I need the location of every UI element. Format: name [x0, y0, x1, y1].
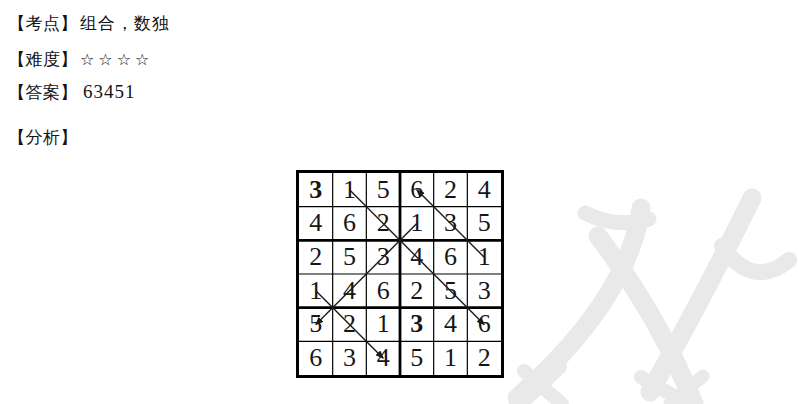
analysis-label: 【分析】 [8, 128, 78, 147]
difficulty-stars: ☆☆☆☆ [78, 50, 153, 69]
sudoku-cell: 5 [299, 308, 333, 342]
sudoku-cell: 4 [434, 308, 468, 342]
watermark-strokes [517, 198, 789, 404]
sudoku-cell: 1 [299, 274, 333, 308]
sudoku-cell: 2 [467, 341, 501, 375]
sudoku-cell: 5 [400, 341, 434, 375]
sudoku-cell: 3 [467, 274, 501, 308]
sudoku-cell: 2 [333, 308, 367, 342]
sudoku-cell: 3 [434, 207, 468, 241]
sudoku-cell: 1 [467, 240, 501, 274]
sudoku-cell: 4 [299, 207, 333, 241]
sudoku-cell: 5 [366, 173, 400, 207]
analysis-line: 【分析】 [8, 126, 80, 149]
sudoku-cell: 4 [333, 274, 367, 308]
difficulty-label: 【难度】 [8, 50, 78, 69]
sudoku-cell: 6 [333, 207, 367, 241]
topic-label: 【考点】 [8, 14, 78, 33]
sudoku-cell: 5 [467, 207, 501, 241]
sudoku-cell: 2 [434, 173, 468, 207]
sudoku-cell: 4 [366, 341, 400, 375]
sudoku-cell: 1 [434, 341, 468, 375]
sudoku-board: 315624462135253461146253521346634512 [296, 170, 504, 378]
sudoku-cell: 2 [299, 240, 333, 274]
sudoku-cell: 3 [299, 173, 333, 207]
document-page: { "game": "sudoku", "variant": "6x6 sudo… [0, 0, 798, 404]
difficulty-line: 【难度】☆☆☆☆ [8, 48, 153, 71]
sudoku-cell: 5 [333, 240, 367, 274]
topic-value: 组合，数独 [78, 14, 170, 33]
sudoku-cell: 2 [400, 274, 434, 308]
sudoku-cell: 6 [434, 240, 468, 274]
sudoku-cell: 3 [333, 341, 367, 375]
answer-value: 63451 [78, 81, 136, 102]
answer-line: 【答案】63451 [8, 81, 136, 104]
analysis-value [78, 128, 80, 147]
sudoku-cell: 6 [467, 308, 501, 342]
sudoku-cell: 4 [467, 173, 501, 207]
sudoku-cell: 6 [366, 274, 400, 308]
sudoku-cell: 6 [400, 173, 434, 207]
sudoku-cell: 3 [400, 308, 434, 342]
sudoku-cell: 6 [299, 341, 333, 375]
topic-line: 【考点】组合，数独 [8, 12, 170, 35]
answer-label: 【答案】 [8, 83, 78, 102]
sudoku-cell: 5 [434, 274, 468, 308]
sudoku-cell: 1 [333, 173, 367, 207]
sudoku-cell: 3 [366, 240, 400, 274]
sudoku-cell: 4 [400, 240, 434, 274]
sudoku-cell: 1 [400, 207, 434, 241]
sudoku-cell: 1 [366, 308, 400, 342]
sudoku-cell: 2 [366, 207, 400, 241]
